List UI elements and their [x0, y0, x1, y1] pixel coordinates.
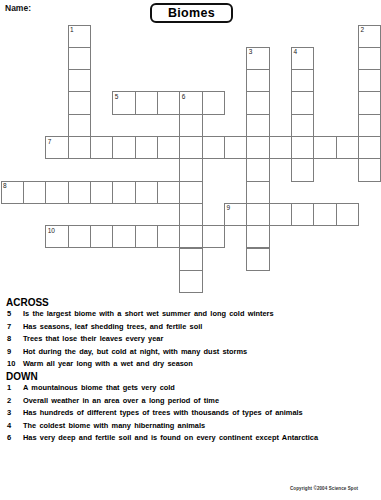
clue-row-text: The coldest biome with many hibernating …: [23, 420, 381, 433]
clue-number: 8: [3, 182, 7, 189]
clue-row-text: Overall weather in an area over a long p…: [23, 395, 381, 408]
crossword-cell[interactable]: [179, 158, 202, 181]
crossword-cell[interactable]: [179, 203, 202, 226]
crossword-cell[interactable]: [224, 136, 247, 159]
clue-row: 10Warm all year long with a wet and dry …: [0, 358, 381, 371]
crossword-cell[interactable]: [157, 225, 180, 248]
copyright-text: Copyright ©2004 Science Spot: [290, 486, 358, 491]
crossword-cell[interactable]: [358, 114, 381, 137]
crossword-cell[interactable]: [157, 181, 180, 204]
crossword-grid: 12345678910: [0, 0, 381, 295]
crossword-cell[interactable]: [179, 248, 202, 271]
across-heading: ACROSS: [6, 297, 381, 308]
crossword-cell[interactable]: [269, 203, 292, 226]
clue-row: 8Trees that lose their leaves every year: [0, 333, 381, 346]
crossword-cell[interactable]: [179, 181, 202, 204]
clue-row: 4The coldest biome with many hibernating…: [0, 420, 381, 433]
worksheet: Name: Biomes 12345678910 ACROSS 5Is the …: [0, 0, 381, 500]
crossword-cell[interactable]: [68, 114, 91, 137]
clue-number: 4: [294, 48, 298, 55]
crossword-cell[interactable]: 5: [112, 91, 135, 114]
crossword-cell[interactable]: [157, 136, 180, 159]
crossword-cell[interactable]: 9: [224, 203, 247, 226]
clue-row: 2Overall weather in an area over a long …: [0, 395, 381, 408]
crossword-cell[interactable]: [179, 270, 202, 293]
crossword-cell[interactable]: [68, 91, 91, 114]
clue-number: 5: [115, 93, 119, 100]
crossword-cell[interactable]: [291, 158, 314, 181]
clue-row-text: Hot during the day, but cold at night, w…: [23, 346, 381, 359]
clue-number: 6: [182, 93, 186, 100]
crossword-cell[interactable]: [246, 114, 269, 137]
crossword-cell[interactable]: [157, 91, 180, 114]
crossword-cell[interactable]: [135, 91, 158, 114]
clue-row-number: 4: [0, 420, 23, 433]
clue-number: 2: [361, 26, 365, 33]
crossword-cell[interactable]: [336, 136, 359, 159]
down-section: DOWN 1A mountainous biome that gets very…: [0, 371, 381, 445]
crossword-cell[interactable]: 1: [68, 25, 91, 48]
across-section: ACROSS 5Is the largest biome with a shor…: [0, 297, 381, 371]
clue-row-number: 1: [0, 382, 23, 395]
worksheet-page: { "game": "crossword", "header": { "name…: [0, 0, 381, 500]
crossword-cell[interactable]: [179, 136, 202, 159]
down-heading: DOWN: [6, 371, 381, 382]
crossword-cell[interactable]: 2: [358, 25, 381, 48]
crossword-cell[interactable]: [246, 225, 269, 248]
crossword-cell[interactable]: [358, 47, 381, 70]
clue-row-text: Trees that lose their leaves every year: [23, 333, 381, 346]
clue-row-number: 6: [0, 432, 23, 445]
crossword-cell[interactable]: [90, 136, 113, 159]
clue-row: 7Has seasons, leaf shedding trees, and f…: [0, 321, 381, 334]
clue-row: 6Has very deep and fertile soil and is f…: [0, 432, 381, 445]
crossword-cell[interactable]: 10: [45, 225, 68, 248]
crossword-cell[interactable]: [246, 181, 269, 204]
crossword-cell[interactable]: [90, 225, 113, 248]
crossword-cell[interactable]: [45, 181, 68, 204]
crossword-cell[interactable]: 4: [291, 47, 314, 70]
clue-row-text: Has very deep and fertile soil and is fo…: [23, 432, 381, 445]
crossword-cell[interactable]: 6: [179, 91, 202, 114]
crossword-cell[interactable]: [135, 225, 158, 248]
clue-row-text: Is the largest biome with a short wet su…: [23, 308, 381, 321]
crossword-cell[interactable]: [68, 47, 91, 70]
clue-row-number: 10: [0, 358, 23, 371]
crossword-cell[interactable]: [246, 136, 269, 159]
crossword-cell[interactable]: [68, 69, 91, 92]
down-clue-list: 1A mountainous biome that gets very cold…: [0, 382, 381, 445]
clue-row-number: 2: [0, 395, 23, 408]
crossword-cell[interactable]: [112, 136, 135, 159]
crossword-cell[interactable]: [246, 158, 269, 181]
crossword-cell[interactable]: [202, 136, 225, 159]
crossword-cell[interactable]: 7: [45, 136, 68, 159]
clue-row-number: 3: [0, 407, 23, 420]
crossword-cell[interactable]: [179, 225, 202, 248]
crossword-cell[interactable]: [112, 225, 135, 248]
crossword-cell[interactable]: [246, 91, 269, 114]
crossword-cell[interactable]: [23, 181, 46, 204]
crossword-cell[interactable]: [291, 203, 314, 226]
clue-row: 1A mountainous biome that gets very cold: [0, 382, 381, 395]
crossword-cell[interactable]: [202, 225, 225, 248]
clue-row: 9Hot during the day, but cold at night, …: [0, 346, 381, 359]
crossword-cell[interactable]: [358, 69, 381, 92]
clue-row-number: 9: [0, 346, 23, 359]
crossword-cell[interactable]: [291, 69, 314, 92]
clue-number: 9: [227, 204, 231, 211]
clue-number: 10: [48, 227, 55, 234]
crossword-cell[interactable]: [291, 136, 314, 159]
crossword-cell[interactable]: [358, 91, 381, 114]
clue-number: 1: [70, 26, 74, 33]
clue-row: 3Has hundreds of different types of tree…: [0, 407, 381, 420]
clue-row-text: A mountainous biome that gets very cold: [23, 382, 381, 395]
crossword-cell[interactable]: [291, 114, 314, 137]
crossword-cell[interactable]: [246, 248, 269, 271]
crossword-cell[interactable]: [135, 181, 158, 204]
crossword-cell[interactable]: [358, 136, 381, 159]
clue-row-number: 7: [0, 321, 23, 334]
crossword-cell[interactable]: [246, 203, 269, 226]
clue-row-text: Warm all year long with a wet and dry se…: [23, 358, 381, 371]
crossword-cell[interactable]: [112, 181, 135, 204]
crossword-cell[interactable]: [202, 91, 225, 114]
clue-row-text: Has seasons, leaf shedding trees, and fe…: [23, 321, 381, 334]
crossword-cell[interactable]: [68, 225, 91, 248]
crossword-cell[interactable]: [313, 136, 336, 159]
clue-number: 7: [48, 138, 52, 145]
clue-row-number: 8: [0, 333, 23, 346]
crossword-cell[interactable]: [358, 158, 381, 181]
crossword-cell[interactable]: [246, 69, 269, 92]
clue-row: 5Is the largest biome with a short wet s…: [0, 308, 381, 321]
crossword-cell[interactable]: [269, 136, 292, 159]
across-clue-list: 5Is the largest biome with a short wet s…: [0, 308, 381, 371]
clue-row-text: Has hundreds of different types of trees…: [23, 407, 381, 420]
crossword-cell[interactable]: [68, 136, 91, 159]
crossword-cell[interactable]: [135, 136, 158, 159]
clue-row-number: 5: [0, 308, 23, 321]
crossword-cell[interactable]: [313, 203, 336, 226]
clue-number: 3: [249, 48, 253, 55]
crossword-cell[interactable]: [90, 181, 113, 204]
crossword-cell[interactable]: [336, 203, 359, 226]
crossword-cell[interactable]: 3: [246, 47, 269, 70]
crossword-cell[interactable]: 8: [1, 181, 24, 204]
crossword-cell[interactable]: [179, 114, 202, 137]
crossword-cell[interactable]: [291, 91, 314, 114]
crossword-cell[interactable]: [68, 181, 91, 204]
